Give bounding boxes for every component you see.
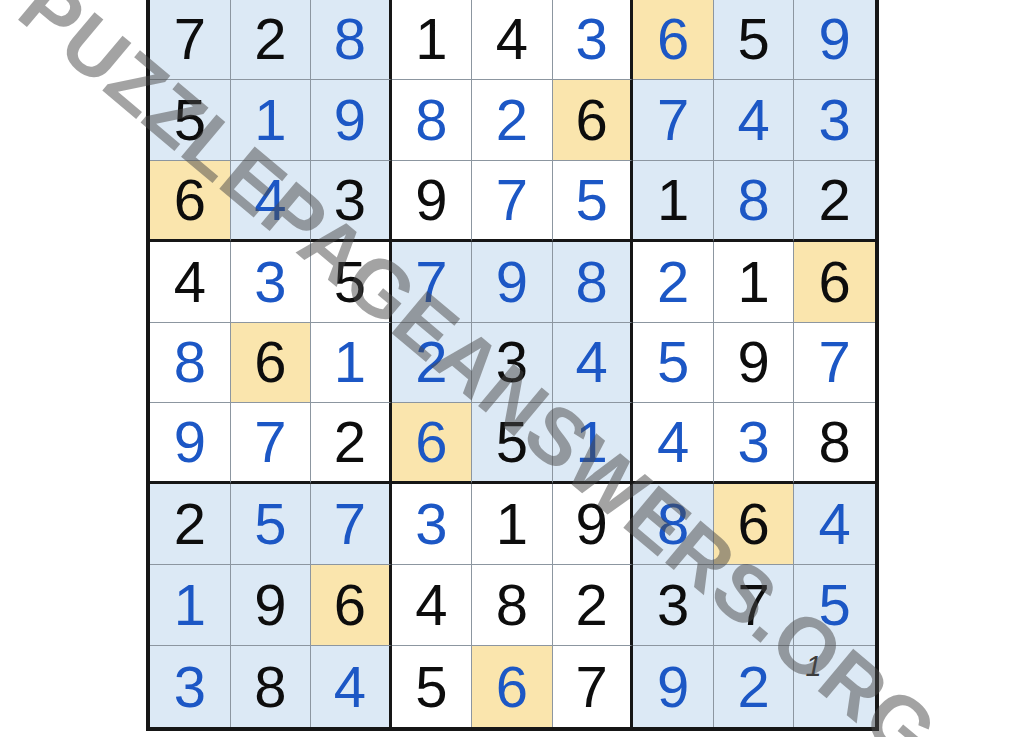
sudoku-cell-r3c7[interactable]: 1: [633, 161, 714, 242]
sudoku-cell-r1c4[interactable]: 1: [392, 0, 473, 80]
sudoku-cell-r9c7[interactable]: 9: [633, 646, 714, 727]
sudoku-cell-r9c3[interactable]: 4: [311, 646, 392, 727]
sudoku-cell-r7c8[interactable]: 6: [714, 484, 795, 565]
sudoku-cell-r4c2[interactable]: 3: [231, 242, 312, 323]
sudoku-cell-r9c2[interactable]: 8: [231, 646, 312, 727]
sudoku-cell-r8c3[interactable]: 6: [311, 565, 392, 646]
sudoku-cell-r5c2[interactable]: 6: [231, 323, 312, 404]
sudoku-cell-r8c5[interactable]: 8: [472, 565, 553, 646]
sudoku-cell-r5c6[interactable]: 4: [553, 323, 634, 404]
sudoku-cell-r2c6[interactable]: 6: [553, 80, 634, 161]
sudoku-cell-r9c8[interactable]: 2: [714, 646, 795, 727]
sudoku-cell-r5c3[interactable]: 1: [311, 323, 392, 404]
sudoku-cell-r4c1[interactable]: 4: [150, 242, 231, 323]
sudoku-cell-r7c3[interactable]: 7: [311, 484, 392, 565]
sudoku-cell-r1c1[interactable]: 7: [150, 0, 231, 80]
sudoku-cell-r2c1[interactable]: 5: [150, 80, 231, 161]
sudoku-cell-r6c7[interactable]: 4: [633, 403, 714, 484]
sudoku-cell-r2c7[interactable]: 7: [633, 80, 714, 161]
sudoku-cell-r3c4[interactable]: 9: [392, 161, 473, 242]
sudoku-cell-r8c7[interactable]: 3: [633, 565, 714, 646]
sudoku-cell-r6c1[interactable]: 9: [150, 403, 231, 484]
sudoku-cell-r2c3[interactable]: 9: [311, 80, 392, 161]
sudoku-cell-r6c6[interactable]: 1: [553, 403, 634, 484]
sudoku-cell-r2c2[interactable]: 1: [231, 80, 312, 161]
sudoku-cell-r8c8[interactable]: 7: [714, 565, 795, 646]
sudoku-cell-r5c7[interactable]: 5: [633, 323, 714, 404]
sudoku-cell-r9c4[interactable]: 5: [392, 646, 473, 727]
sudoku-cell-r1c2[interactable]: 2: [231, 0, 312, 80]
sudoku-cell-r5c4[interactable]: 2: [392, 323, 473, 404]
sudoku-cell-r2c8[interactable]: 4: [714, 80, 795, 161]
sudoku-cell-r7c1[interactable]: 2: [150, 484, 231, 565]
sudoku-cell-r9c1[interactable]: 3: [150, 646, 231, 727]
sudoku-cell-r1c7[interactable]: 6: [633, 0, 714, 80]
sudoku-cell-r4c3[interactable]: 5: [311, 242, 392, 323]
sudoku-cell-r7c6[interactable]: 9: [553, 484, 634, 565]
sudoku-cell-r3c1[interactable]: 6: [150, 161, 231, 242]
sudoku-cell-r1c5[interactable]: 4: [472, 0, 553, 80]
sudoku-cell-r5c9[interactable]: 7: [794, 323, 875, 404]
sudoku-cell-r5c5[interactable]: 3: [472, 323, 553, 404]
sudoku-cell-r6c8[interactable]: 3: [714, 403, 795, 484]
sudoku-cell-r5c8[interactable]: 9: [714, 323, 795, 404]
sudoku-cell-r8c1[interactable]: 1: [150, 565, 231, 646]
sudoku-cell-r6c5[interactable]: 5: [472, 403, 553, 484]
sudoku-cell-r2c4[interactable]: 8: [392, 80, 473, 161]
sudoku-cell-r3c8[interactable]: 8: [714, 161, 795, 242]
sudoku-cell-r8c4[interactable]: 4: [392, 565, 473, 646]
sudoku-cell-r3c5[interactable]: 7: [472, 161, 553, 242]
sudoku-cell-r4c9[interactable]: 6: [794, 242, 875, 323]
sudoku-cell-r4c4[interactable]: 7: [392, 242, 473, 323]
sudoku-cell-r9c9[interactable]: 1: [794, 646, 875, 727]
sudoku-cell-r2c5[interactable]: 2: [472, 80, 553, 161]
pencil-mark: 1: [805, 652, 821, 681]
sudoku-cell-r6c3[interactable]: 2: [311, 403, 392, 484]
sudoku-cell-r8c2[interactable]: 9: [231, 565, 312, 646]
sudoku-cell-r6c9[interactable]: 8: [794, 403, 875, 484]
sudoku-cell-r3c3[interactable]: 3: [311, 161, 392, 242]
sudoku-cell-r1c8[interactable]: 5: [714, 0, 795, 80]
sudoku-cell-r1c3[interactable]: 8: [311, 0, 392, 80]
sudoku-cell-r3c6[interactable]: 5: [553, 161, 634, 242]
sudoku-cell-r8c6[interactable]: 2: [553, 565, 634, 646]
sudoku-cell-r2c9[interactable]: 3: [794, 80, 875, 161]
sudoku-cell-r9c5[interactable]: 6: [472, 646, 553, 727]
sudoku-cell-r1c9[interactable]: 9: [794, 0, 875, 80]
sudoku-cell-r9c6[interactable]: 7: [553, 646, 634, 727]
sudoku-cell-r7c4[interactable]: 3: [392, 484, 473, 565]
sudoku-cell-r7c5[interactable]: 1: [472, 484, 553, 565]
sudoku-cell-r4c6[interactable]: 8: [553, 242, 634, 323]
sudoku-cell-r3c9[interactable]: 2: [794, 161, 875, 242]
sudoku-cell-r6c4[interactable]: 6: [392, 403, 473, 484]
puzzle-page: 7281436595198267436439751824357982168612…: [0, 0, 1024, 737]
sudoku-cell-r1c6[interactable]: 3: [553, 0, 634, 80]
sudoku-cell-r4c5[interactable]: 9: [472, 242, 553, 323]
sudoku-cell-r4c8[interactable]: 1: [714, 242, 795, 323]
sudoku-cell-r7c9[interactable]: 4: [794, 484, 875, 565]
sudoku-cell-r7c2[interactable]: 5: [231, 484, 312, 565]
sudoku-cell-r4c7[interactable]: 2: [633, 242, 714, 323]
sudoku-cell-r3c2[interactable]: 4: [231, 161, 312, 242]
sudoku-cell-r6c2[interactable]: 7: [231, 403, 312, 484]
sudoku-cell-r7c7[interactable]: 8: [633, 484, 714, 565]
sudoku-cell-r8c9[interactable]: 5: [794, 565, 875, 646]
sudoku-board: 7281436595198267436439751824357982168612…: [146, 0, 879, 731]
sudoku-cell-r5c1[interactable]: 8: [150, 323, 231, 404]
